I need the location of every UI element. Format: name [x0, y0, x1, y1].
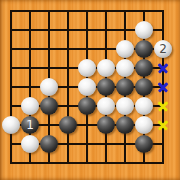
move-number-1: 1 — [21, 116, 39, 134]
black-stone — [135, 59, 153, 77]
white-stone — [40, 78, 58, 96]
black-stone — [116, 78, 134, 96]
black-stone — [59, 116, 77, 134]
white-stone — [135, 97, 153, 115]
liberty-x-mark — [157, 81, 169, 93]
white-stone — [116, 40, 134, 58]
white-stone — [2, 116, 20, 134]
go-board[interactable]: 21 — [0, 0, 180, 180]
move-number-2: 2 — [154, 40, 172, 58]
white-stone — [135, 116, 153, 134]
black-stone — [116, 116, 134, 134]
white-stone — [21, 135, 39, 153]
liberty-x-mark — [157, 119, 169, 131]
black-stone — [135, 40, 153, 58]
black-stone — [40, 135, 58, 153]
black-stone — [97, 116, 115, 134]
white-stone — [135, 21, 153, 39]
black-stone — [40, 97, 58, 115]
white-stone — [116, 59, 134, 77]
liberty-x-mark — [157, 62, 169, 74]
white-stone: 2 — [154, 40, 172, 58]
black-stone — [135, 78, 153, 96]
black-stone: 1 — [21, 116, 39, 134]
white-stone — [78, 59, 96, 77]
liberty-x-mark — [157, 100, 169, 112]
white-stone — [78, 78, 96, 96]
black-stone — [135, 135, 153, 153]
white-stone — [116, 97, 134, 115]
white-stone — [97, 97, 115, 115]
black-stone — [78, 97, 96, 115]
black-stone — [97, 78, 115, 96]
grid-line-horizontal — [10, 162, 164, 164]
white-stone — [21, 97, 39, 115]
white-stone — [97, 59, 115, 77]
